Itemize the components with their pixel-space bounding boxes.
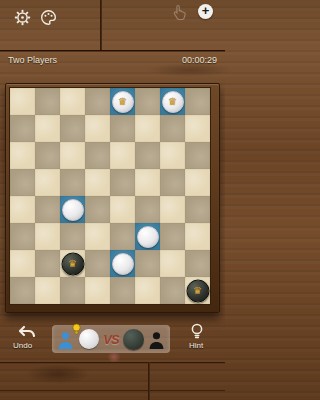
white-king-piece[interactable]: ♛ bbox=[162, 91, 184, 113]
square-r1c7[interactable]: ♛ bbox=[160, 88, 185, 115]
theme-button[interactable] bbox=[39, 8, 57, 26]
palette-icon bbox=[40, 9, 57, 26]
square-r2c4[interactable] bbox=[85, 115, 110, 142]
square-r8c7[interactable] bbox=[160, 277, 185, 304]
square-r1c5[interactable]: ♛ bbox=[110, 88, 135, 115]
black-piece-indicator bbox=[123, 329, 144, 350]
square-r4c3[interactable] bbox=[60, 169, 85, 196]
square-r2c3[interactable] bbox=[60, 115, 85, 142]
square-r2c2[interactable] bbox=[35, 115, 60, 142]
square-r6c1[interactable] bbox=[10, 223, 35, 250]
square-r6c4[interactable] bbox=[85, 223, 110, 250]
square-r2c1[interactable] bbox=[10, 115, 35, 142]
hint-button[interactable] bbox=[189, 322, 205, 340]
status-bar: Two Players 00:00:29 bbox=[0, 55, 225, 69]
gesture-hint-button[interactable] bbox=[172, 3, 188, 21]
white-man-piece[interactable] bbox=[112, 253, 134, 275]
game-timer: 00:00:29 bbox=[182, 55, 217, 65]
square-r4c1[interactable] bbox=[10, 169, 35, 196]
square-r1c2[interactable] bbox=[35, 88, 60, 115]
square-r5c6[interactable] bbox=[135, 196, 160, 223]
hint-label: Hint bbox=[189, 341, 203, 350]
crown-icon: ♛ bbox=[168, 97, 177, 107]
undo-icon bbox=[17, 325, 37, 340]
square-r1c6[interactable] bbox=[135, 88, 160, 115]
square-r5c7[interactable] bbox=[160, 196, 185, 223]
plus-icon: + bbox=[198, 4, 213, 19]
plank-seam bbox=[0, 362, 225, 364]
square-r6c2[interactable] bbox=[35, 223, 60, 250]
settings-button[interactable] bbox=[13, 8, 31, 26]
square-r6c8[interactable] bbox=[185, 223, 210, 250]
square-r5c8[interactable] bbox=[185, 196, 210, 223]
square-r3c6[interactable] bbox=[135, 142, 160, 169]
square-r1c8[interactable] bbox=[185, 88, 210, 115]
square-r8c8[interactable]: ♛ bbox=[185, 277, 210, 304]
white-piece-indicator bbox=[79, 329, 99, 349]
square-r1c4[interactable] bbox=[85, 88, 110, 115]
checkers-board: ♛♛♛♛ bbox=[10, 88, 210, 304]
wood-mark bbox=[106, 352, 122, 362]
undo-button[interactable] bbox=[16, 324, 38, 340]
crown-icon: ♛ bbox=[68, 259, 77, 269]
checkers-board-frame: ♛♛♛♛ bbox=[5, 83, 220, 313]
player-one-slot[interactable] bbox=[57, 329, 75, 349]
square-r6c6[interactable] bbox=[135, 223, 160, 250]
white-king-piece[interactable]: ♛ bbox=[112, 91, 134, 113]
square-r8c4[interactable] bbox=[85, 277, 110, 304]
square-r7c3[interactable]: ♛ bbox=[60, 250, 85, 277]
square-r8c6[interactable] bbox=[135, 277, 160, 304]
white-man-piece[interactable] bbox=[62, 199, 84, 221]
square-r2c8[interactable] bbox=[185, 115, 210, 142]
square-r8c2[interactable] bbox=[35, 277, 60, 304]
players-panel: VS bbox=[52, 325, 170, 353]
square-r5c5[interactable] bbox=[110, 196, 135, 223]
square-r3c2[interactable] bbox=[35, 142, 60, 169]
white-man-piece[interactable] bbox=[137, 226, 159, 248]
plank-gap bbox=[148, 362, 150, 400]
square-r7c5[interactable] bbox=[110, 250, 135, 277]
square-r3c4[interactable] bbox=[85, 142, 110, 169]
black-king-piece[interactable]: ♛ bbox=[186, 279, 209, 302]
black-king-piece[interactable]: ♛ bbox=[61, 252, 84, 275]
square-r4c8[interactable] bbox=[185, 169, 210, 196]
square-r5c2[interactable] bbox=[35, 196, 60, 223]
square-r7c8[interactable] bbox=[185, 250, 210, 277]
square-r7c1[interactable] bbox=[10, 250, 35, 277]
crown-icon: ♛ bbox=[118, 97, 127, 107]
gear-icon bbox=[14, 9, 31, 26]
square-r2c7[interactable] bbox=[160, 115, 185, 142]
square-r6c3[interactable] bbox=[60, 223, 85, 250]
add-game-button[interactable]: + bbox=[198, 4, 213, 19]
square-r6c7[interactable] bbox=[160, 223, 185, 250]
hand-icon bbox=[173, 4, 187, 20]
bottom-toolbar: Undo VS Hint bbox=[0, 322, 225, 356]
square-r3c1[interactable] bbox=[10, 142, 35, 169]
undo-label: Undo bbox=[13, 341, 32, 350]
square-r3c5[interactable] bbox=[110, 142, 135, 169]
square-r4c5[interactable] bbox=[110, 169, 135, 196]
square-r5c4[interactable] bbox=[85, 196, 110, 223]
square-r2c5[interactable] bbox=[110, 115, 135, 142]
square-r8c1[interactable] bbox=[10, 277, 35, 304]
square-r4c7[interactable] bbox=[160, 169, 185, 196]
player-two-icon[interactable] bbox=[148, 331, 165, 350]
plank-seam bbox=[0, 50, 225, 52]
plank-seam bbox=[0, 390, 225, 392]
vs-label: VS bbox=[103, 332, 118, 347]
square-r1c3[interactable] bbox=[60, 88, 85, 115]
square-r8c3[interactable] bbox=[60, 277, 85, 304]
turn-indicator-bulb-icon bbox=[71, 323, 82, 336]
square-r6c5[interactable] bbox=[110, 223, 135, 250]
square-r3c8[interactable] bbox=[185, 142, 210, 169]
square-r4c6[interactable] bbox=[135, 169, 160, 196]
square-r3c7[interactable] bbox=[160, 142, 185, 169]
plank-gap bbox=[100, 0, 102, 50]
square-r3c3[interactable] bbox=[60, 142, 85, 169]
square-r4c4[interactable] bbox=[85, 169, 110, 196]
square-r4c2[interactable] bbox=[35, 169, 60, 196]
square-r2c6[interactable] bbox=[135, 115, 160, 142]
square-r1c1[interactable] bbox=[10, 88, 35, 115]
square-r7c2[interactable] bbox=[35, 250, 60, 277]
square-r8c5[interactable] bbox=[110, 277, 135, 304]
square-r7c6[interactable] bbox=[135, 250, 160, 277]
square-r5c1[interactable] bbox=[10, 196, 35, 223]
game-mode-label: Two Players bbox=[8, 55, 57, 65]
square-r7c7[interactable] bbox=[160, 250, 185, 277]
square-r7c4[interactable] bbox=[85, 250, 110, 277]
crown-icon: ♛ bbox=[193, 286, 202, 296]
square-r5c3[interactable] bbox=[60, 196, 85, 223]
lightbulb-icon bbox=[190, 323, 204, 340]
